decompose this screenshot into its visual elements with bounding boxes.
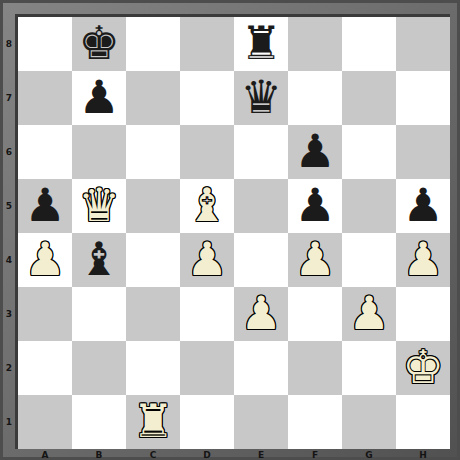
piece-black-pawn: ♟ — [288, 125, 342, 179]
piece-black-pawn: ♟ — [18, 179, 72, 233]
piece-white-queen: ♛ — [72, 179, 126, 233]
piece-black-king: ♚ — [72, 17, 126, 71]
square-c3[interactable] — [126, 287, 180, 341]
square-c6[interactable] — [126, 125, 180, 179]
square-f3[interactable] — [288, 287, 342, 341]
square-h4[interactable]: ♟ — [396, 233, 450, 287]
square-d1[interactable] — [180, 395, 234, 449]
square-h1[interactable] — [396, 395, 450, 449]
square-g6[interactable] — [342, 125, 396, 179]
square-g5[interactable] — [342, 179, 396, 233]
square-e1[interactable] — [234, 395, 288, 449]
file-label-b: B — [72, 449, 126, 460]
rank-label-7: 7 — [3, 71, 15, 125]
file-label-g: G — [342, 449, 396, 460]
rank-label-6: 6 — [3, 125, 15, 179]
square-b5[interactable]: ♛ — [72, 179, 126, 233]
piece-black-queen: ♛ — [234, 71, 288, 125]
square-e3[interactable]: ♟ — [234, 287, 288, 341]
rank-label-1: 1 — [3, 395, 15, 449]
square-b8[interactable]: ♚ — [72, 17, 126, 71]
square-a4[interactable]: ♟ — [18, 233, 72, 287]
square-f5[interactable]: ♟ — [288, 179, 342, 233]
rank-label-5: 5 — [3, 179, 15, 233]
square-g1[interactable] — [342, 395, 396, 449]
square-a3[interactable] — [18, 287, 72, 341]
rank-label-2: 2 — [3, 341, 15, 395]
file-label-a: A — [18, 449, 72, 460]
square-d6[interactable] — [180, 125, 234, 179]
square-f8[interactable] — [288, 17, 342, 71]
file-label-f: F — [288, 449, 342, 460]
square-c2[interactable] — [126, 341, 180, 395]
rank-label-8: 8 — [3, 17, 15, 71]
piece-white-pawn: ♟ — [396, 233, 450, 287]
piece-white-king: ♚ — [396, 341, 450, 395]
square-d3[interactable] — [180, 287, 234, 341]
square-a5[interactable]: ♟ — [18, 179, 72, 233]
square-c4[interactable] — [126, 233, 180, 287]
square-g8[interactable] — [342, 17, 396, 71]
board-frame: ♚♜♟♛♟♟♛♝♟♟♟♝♟♟♟♟♟♚♜ 87654321ABCDEFGH — [0, 0, 460, 460]
square-h3[interactable] — [396, 287, 450, 341]
piece-black-pawn: ♟ — [288, 179, 342, 233]
square-e7[interactable]: ♛ — [234, 71, 288, 125]
square-a8[interactable] — [18, 17, 72, 71]
square-e6[interactable] — [234, 125, 288, 179]
square-h8[interactable] — [396, 17, 450, 71]
square-c1[interactable]: ♜ — [126, 395, 180, 449]
piece-white-pawn: ♟ — [342, 287, 396, 341]
square-c8[interactable] — [126, 17, 180, 71]
piece-white-pawn: ♟ — [18, 233, 72, 287]
square-c5[interactable] — [126, 179, 180, 233]
square-g4[interactable] — [342, 233, 396, 287]
square-e4[interactable] — [234, 233, 288, 287]
square-d5[interactable]: ♝ — [180, 179, 234, 233]
square-b6[interactable] — [72, 125, 126, 179]
square-e5[interactable] — [234, 179, 288, 233]
rank-label-3: 3 — [3, 287, 15, 341]
square-e8[interactable]: ♜ — [234, 17, 288, 71]
piece-white-pawn: ♟ — [180, 233, 234, 287]
file-label-h: H — [396, 449, 450, 460]
square-f6[interactable]: ♟ — [288, 125, 342, 179]
piece-white-bishop: ♝ — [180, 179, 234, 233]
rank-label-4: 4 — [3, 233, 15, 287]
square-d7[interactable] — [180, 71, 234, 125]
piece-white-rook: ♜ — [126, 395, 180, 449]
square-b2[interactable] — [72, 341, 126, 395]
square-f1[interactable] — [288, 395, 342, 449]
file-label-d: D — [180, 449, 234, 460]
square-d4[interactable]: ♟ — [180, 233, 234, 287]
square-d2[interactable] — [180, 341, 234, 395]
square-d8[interactable] — [180, 17, 234, 71]
square-a7[interactable] — [18, 71, 72, 125]
chess-board: ♚♜♟♛♟♟♛♝♟♟♟♝♟♟♟♟♟♚♜ — [15, 14, 450, 449]
piece-black-bishop: ♝ — [72, 233, 126, 287]
square-g7[interactable] — [342, 71, 396, 125]
square-h6[interactable] — [396, 125, 450, 179]
file-label-e: E — [234, 449, 288, 460]
piece-black-pawn: ♟ — [396, 179, 450, 233]
square-e2[interactable] — [234, 341, 288, 395]
piece-white-pawn: ♟ — [234, 287, 288, 341]
square-a6[interactable] — [18, 125, 72, 179]
square-g2[interactable] — [342, 341, 396, 395]
square-h5[interactable]: ♟ — [396, 179, 450, 233]
square-f4[interactable]: ♟ — [288, 233, 342, 287]
piece-white-pawn: ♟ — [288, 233, 342, 287]
square-g3[interactable]: ♟ — [342, 287, 396, 341]
square-b1[interactable] — [72, 395, 126, 449]
square-f2[interactable] — [288, 341, 342, 395]
square-h7[interactable] — [396, 71, 450, 125]
square-c7[interactable] — [126, 71, 180, 125]
square-b3[interactable] — [72, 287, 126, 341]
square-h2[interactable]: ♚ — [396, 341, 450, 395]
piece-black-rook: ♜ — [234, 17, 288, 71]
square-f7[interactable] — [288, 71, 342, 125]
square-b4[interactable]: ♝ — [72, 233, 126, 287]
square-a2[interactable] — [18, 341, 72, 395]
square-b7[interactable]: ♟ — [72, 71, 126, 125]
file-label-c: C — [126, 449, 180, 460]
square-a1[interactable] — [18, 395, 72, 449]
piece-black-pawn: ♟ — [72, 71, 126, 125]
